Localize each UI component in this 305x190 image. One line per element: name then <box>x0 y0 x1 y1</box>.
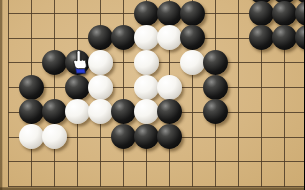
white-stone[interactable] <box>134 50 159 75</box>
white-stone[interactable] <box>88 50 113 75</box>
black-stone[interactable] <box>249 25 274 50</box>
black-stone[interactable] <box>180 25 205 50</box>
white-stone[interactable] <box>134 25 159 50</box>
black-stone[interactable] <box>203 75 228 100</box>
white-stone[interactable] <box>88 99 113 124</box>
grid-vertical-line <box>238 0 239 187</box>
black-stone[interactable] <box>134 124 159 149</box>
black-stone[interactable] <box>157 124 182 149</box>
black-stone[interactable] <box>180 1 205 26</box>
white-stone[interactable] <box>134 75 159 100</box>
black-stone[interactable] <box>249 1 274 26</box>
white-stone[interactable] <box>180 50 205 75</box>
black-stone[interactable] <box>134 1 159 26</box>
go-board[interactable] <box>0 0 304 190</box>
black-stone[interactable] <box>203 99 228 124</box>
grid-horizontal-line <box>8 161 304 162</box>
black-stone[interactable] <box>88 25 113 50</box>
black-stone[interactable] <box>111 25 136 50</box>
black-stone[interactable] <box>157 99 182 124</box>
black-stone[interactable] <box>272 1 297 26</box>
grid-vertical-line <box>8 0 9 187</box>
black-stone[interactable] <box>111 99 136 124</box>
black-stone[interactable] <box>111 124 136 149</box>
white-stone[interactable] <box>42 124 67 149</box>
white-stone[interactable] <box>65 99 90 124</box>
black-stone[interactable] <box>42 50 67 75</box>
black-stone[interactable] <box>42 99 67 124</box>
hand-cursor-hand <box>74 51 87 69</box>
black-stone[interactable] <box>203 50 228 75</box>
black-stone[interactable] <box>19 99 44 124</box>
black-stone[interactable] <box>19 75 44 100</box>
white-stone[interactable] <box>157 75 182 100</box>
black-stone[interactable] <box>295 25 305 50</box>
white-stone[interactable] <box>19 124 44 149</box>
black-stone[interactable] <box>157 1 182 26</box>
white-stone[interactable] <box>88 75 113 100</box>
grid-vertical-line <box>54 0 55 187</box>
white-stone[interactable] <box>157 25 182 50</box>
white-stone[interactable] <box>134 99 159 124</box>
hand-cursor-icon <box>70 50 88 75</box>
black-stone[interactable] <box>65 75 90 100</box>
black-stone[interactable] <box>295 1 305 26</box>
grid-horizontal-line <box>8 186 304 187</box>
black-stone[interactable] <box>272 25 297 50</box>
